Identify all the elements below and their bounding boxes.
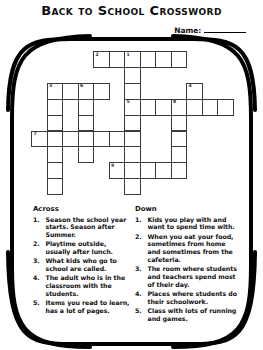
page-title: Back to School Crossword — [0, 3, 263, 18]
clue-item-number: 3. — [33, 257, 46, 273]
clue-item: 3.The room where students and teachers s… — [135, 265, 239, 288]
clue-item-text: When you eat your food, sometimes from h… — [148, 233, 240, 264]
grid-cell[interactable] — [171, 131, 188, 148]
clue-item-number: 4. — [135, 290, 148, 306]
grid-cell[interactable] — [140, 99, 157, 116]
grid-cell[interactable]: 6 — [78, 83, 95, 100]
clue-item: 2.When you eat your food, sometimes from… — [135, 233, 239, 264]
worksheet-page: Back to School Crossword Name: 213645879… — [0, 0, 263, 350]
clue-item-text: What kids who go to school are called. — [46, 257, 133, 273]
grid-cell[interactable] — [124, 178, 141, 195]
down-header: Down — [135, 205, 239, 213]
grid-cell[interactable] — [78, 146, 95, 163]
grid-cell[interactable] — [109, 131, 126, 148]
grid-cell[interactable]: 9 — [109, 162, 126, 179]
name-field[interactable]: Name: — [174, 25, 246, 35]
grid-cell[interactable] — [155, 51, 172, 68]
clue-number: 4 — [189, 84, 192, 89]
across-clues: Across 1.Season the school year starts. … — [33, 205, 132, 316]
grid-cell[interactable] — [47, 99, 64, 116]
clue-item-text: Kids you play with and want to spend tim… — [148, 216, 240, 232]
clue-item-text: The room where students and teachers spe… — [148, 265, 240, 288]
grid-cell[interactable] — [47, 131, 64, 148]
down-list: 1.Kids you play with and want to spend t… — [135, 216, 239, 323]
grid-cell[interactable] — [140, 51, 157, 68]
clue-item-text: Items you read to learn, has a lot of pa… — [46, 299, 133, 315]
grid-cell[interactable] — [62, 83, 79, 100]
clue-item-number: 4. — [33, 274, 46, 297]
clue-item: 5.Class with lots of running and games. — [135, 307, 239, 323]
across-header: Across — [33, 205, 132, 213]
grid-cell[interactable] — [171, 146, 188, 163]
grid-cell[interactable] — [171, 51, 188, 68]
clue-number: 3 — [49, 84, 52, 89]
clue-item-number: 5. — [135, 307, 148, 323]
clue-item-number: 3. — [135, 265, 148, 288]
grid-cell[interactable] — [124, 131, 141, 148]
grid-cell[interactable] — [140, 162, 157, 179]
grid-cell[interactable] — [155, 99, 172, 116]
clue-number: 7 — [34, 132, 37, 137]
grid-cell[interactable]: 4 — [186, 83, 203, 100]
grid-cell[interactable] — [217, 99, 234, 116]
clue-item-number: 2. — [135, 233, 148, 264]
clue-item: 2.Playtime outside, usually after lunch. — [33, 240, 132, 256]
grid-cell[interactable] — [124, 162, 141, 179]
grid-cell[interactable] — [109, 51, 126, 68]
grid-cell[interactable] — [78, 131, 95, 148]
grid-cell[interactable]: 2 — [93, 51, 110, 68]
clue-item-text: Season the school year starts. Season af… — [46, 216, 133, 239]
grid-cell[interactable]: 1 — [124, 51, 141, 68]
grid-cell[interactable] — [171, 162, 188, 179]
clue-item: 3.What kids who go to school are called. — [33, 257, 132, 273]
grid-cell[interactable] — [124, 115, 141, 132]
clue-number: 8 — [173, 100, 176, 105]
grid-cell[interactable] — [93, 83, 110, 100]
down-clues: Down 1.Kids you play with and want to sp… — [135, 205, 239, 324]
clue-number: 9 — [111, 164, 114, 169]
grid-cell[interactable] — [124, 67, 141, 84]
clue-item: 1.Season the school year starts. Season … — [33, 216, 132, 239]
grid-cell[interactable]: 7 — [31, 131, 48, 148]
grid-cell[interactable] — [93, 131, 110, 148]
grid-cell[interactable] — [47, 115, 64, 132]
grid-cell[interactable] — [78, 115, 95, 132]
name-blank-line[interactable] — [204, 25, 246, 33]
grid-cell[interactable]: 3 — [47, 83, 64, 100]
grid-cell[interactable] — [186, 99, 203, 116]
clue-item: 4.The adult who is in the classroom with… — [33, 274, 132, 297]
grid-cell[interactable] — [124, 83, 141, 100]
grid-cell[interactable] — [202, 99, 219, 116]
name-label: Name: — [174, 26, 201, 35]
clue-item-text: Class with lots of running and games. — [148, 307, 240, 323]
grid-cell[interactable] — [47, 146, 64, 163]
clue-number: 2 — [96, 53, 99, 58]
across-list: 1.Season the school year starts. Season … — [33, 216, 132, 315]
clue-item: 5.Items you read to learn, has a lot of … — [33, 299, 132, 315]
clue-item-number: 1. — [135, 216, 148, 232]
grid-cell[interactable] — [47, 162, 64, 179]
clue-item: 1.Kids you play with and want to spend t… — [135, 216, 239, 232]
clue-item-number: 2. — [33, 240, 46, 256]
grid-cell[interactable]: 5 — [124, 99, 141, 116]
clue-number: 6 — [80, 84, 83, 89]
grid-cell[interactable]: 8 — [171, 99, 188, 116]
clue-item-text: Places where students do their schoolwor… — [148, 290, 240, 306]
grid-cell[interactable] — [47, 178, 64, 195]
grid-cell[interactable] — [124, 146, 141, 163]
clue-item: 4.Places where students do their schoolw… — [135, 290, 239, 306]
clue-number: 5 — [127, 100, 130, 105]
clue-item-text: The adult who is in the classroom with t… — [46, 274, 133, 297]
clue-item-number: 1. — [33, 216, 46, 239]
grid-cell[interactable] — [155, 162, 172, 179]
clue-number: 1 — [127, 53, 130, 58]
grid-cell[interactable] — [78, 99, 95, 116]
clue-item-number: 5. — [33, 299, 46, 315]
grid-cell[interactable] — [171, 115, 188, 132]
grid-cell[interactable] — [62, 131, 79, 148]
clue-item-text: Playtime outside, usually after lunch. — [46, 240, 133, 256]
